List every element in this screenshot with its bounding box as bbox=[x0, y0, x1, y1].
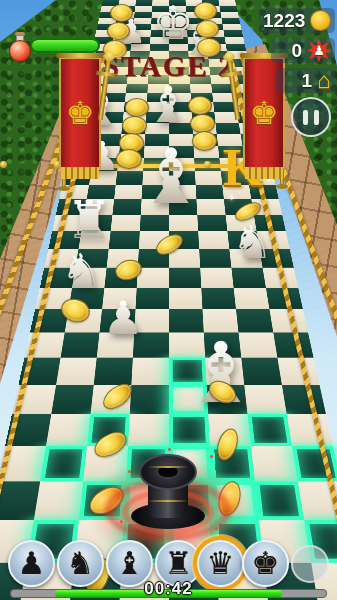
gold-coin-icon bbox=[310, 10, 331, 31]
gate-counter: 1 ⌂ bbox=[275, 68, 335, 93]
tray-empty-slot[interactable] bbox=[291, 545, 329, 583]
gate-count: 1 bbox=[302, 70, 313, 92]
white-bishop: ♝ bbox=[137, 139, 205, 215]
sparkle-icon: ✦ bbox=[228, 194, 236, 203]
gold-coin bbox=[194, 2, 217, 20]
king-emblem-icon: ♚ bbox=[66, 97, 95, 129]
gold-coin bbox=[116, 149, 142, 169]
white-knight: ♞ bbox=[231, 219, 272, 265]
cannon-gold-stripe bbox=[148, 500, 188, 502]
red-spark-dot bbox=[215, 527, 218, 530]
red-spark-dot bbox=[128, 470, 131, 473]
gold-coin bbox=[98, 378, 136, 413]
pawn-burst-icon: ♟ bbox=[307, 39, 331, 63]
gold-coin bbox=[192, 131, 217, 151]
banner-fringe bbox=[61, 167, 99, 179]
rook-icon: ♜ bbox=[165, 548, 193, 579]
game-scene: ♟♚♝♝♝♟♝♜♞♞♟♝K ✦✦✦✦ STAGE 2 ♚ ♚ 1223 0 ♟ … bbox=[0, 0, 337, 600]
pause-icon bbox=[303, 110, 308, 125]
banner-left: ♚ bbox=[59, 57, 101, 169]
white-pawn: ♟ bbox=[102, 295, 143, 341]
cannon-gold-stripe bbox=[148, 466, 188, 468]
red-spark-dot bbox=[168, 448, 171, 451]
health-bar-fill bbox=[32, 40, 98, 51]
knight-icon: ♞ bbox=[67, 548, 95, 579]
gold-coin bbox=[58, 295, 93, 326]
gold-coin bbox=[190, 114, 215, 133]
gold-coin bbox=[196, 20, 219, 38]
white-knight: ♞ bbox=[60, 248, 103, 296]
red-spark-dot bbox=[120, 520, 123, 523]
coin-counter: 1223 bbox=[259, 8, 335, 33]
red-spark-dot bbox=[210, 455, 213, 458]
health-bar bbox=[30, 38, 100, 53]
gold-coin bbox=[110, 4, 133, 22]
pause-button[interactable] bbox=[291, 97, 331, 137]
pause-icon bbox=[314, 110, 319, 125]
gold-coin bbox=[112, 257, 143, 283]
gold-coin bbox=[90, 426, 131, 462]
bishop-icon: ♝ bbox=[116, 548, 144, 579]
king-icon: ♚ bbox=[252, 548, 280, 579]
pawn-icon: ♟ bbox=[18, 548, 46, 579]
castle-gate-icon: ⌂ bbox=[317, 69, 331, 92]
banner-fringe bbox=[245, 167, 283, 179]
king-emblem-icon: ♚ bbox=[250, 97, 279, 129]
coin-count: 1223 bbox=[263, 10, 305, 32]
white-rook: ♜ bbox=[66, 194, 113, 246]
capture-count: 0 bbox=[291, 40, 302, 62]
queen-icon: ♛ bbox=[207, 548, 235, 579]
gold-coin bbox=[122, 116, 147, 135]
capture-counter: 0 ♟ bbox=[271, 38, 335, 63]
gold-coin bbox=[152, 229, 186, 258]
timer-text: 00:42 bbox=[0, 579, 337, 599]
